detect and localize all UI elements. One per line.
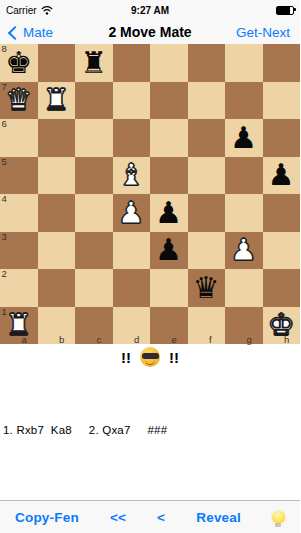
square-c1[interactable]: c	[75, 307, 113, 345]
square-f3[interactable]	[188, 232, 226, 270]
square-c8[interactable]: ♜	[75, 44, 113, 82]
square-e2[interactable]	[150, 269, 188, 307]
exclamation-right: !!	[169, 349, 179, 366]
piece-white-king-h1[interactable]: ♚	[263, 307, 301, 345]
piece-black-queen-f2[interactable]: ♛	[188, 269, 226, 307]
get-next-button[interactable]: Get-Next	[236, 25, 290, 40]
square-d6[interactable]	[113, 119, 151, 157]
copy-fen-button[interactable]: Copy-Fen	[15, 510, 79, 525]
piece-black-pawn-g6[interactable]: ♟	[225, 119, 263, 157]
navigation-bar: 2 Move Mate Mate Get-Next	[0, 20, 300, 44]
square-f1[interactable]: f	[188, 307, 226, 345]
square-b4[interactable]	[38, 194, 76, 232]
piece-white-pawn-g3[interactable]: ♟	[225, 232, 263, 270]
back-button-label: Mate	[23, 25, 53, 40]
square-a7[interactable]: 7♛	[0, 82, 38, 120]
square-f8[interactable]	[188, 44, 226, 82]
bottom-toolbar: Copy-Fen << < Reveal	[0, 500, 300, 533]
square-h5[interactable]: ♟	[263, 157, 301, 195]
square-f6[interactable]	[188, 119, 226, 157]
exclamation-left: !!	[121, 349, 131, 366]
square-h2[interactable]	[263, 269, 301, 307]
square-c5[interactable]	[75, 157, 113, 195]
square-e5[interactable]	[150, 157, 188, 195]
solution-moves-text: 1. Rxb7 Ka8 2. Qxa7 ###	[3, 424, 298, 436]
piece-white-queen-a7[interactable]: ♛	[0, 82, 38, 120]
piece-white-pawn-d4[interactable]: ♟	[113, 194, 151, 232]
square-d1[interactable]: d	[113, 307, 151, 345]
piece-black-rook-c8[interactable]: ♜	[75, 44, 113, 82]
battery-icon	[276, 6, 294, 15]
square-f2[interactable]: ♛	[188, 269, 226, 307]
square-h7[interactable]	[263, 82, 301, 120]
piece-white-rook-b7[interactable]: ♜	[38, 82, 76, 120]
square-d7[interactable]	[113, 82, 151, 120]
square-g6[interactable]: ♟	[225, 119, 263, 157]
piece-black-pawn-e3[interactable]: ♟	[150, 232, 188, 270]
piece-white-rook-a1[interactable]: ♜	[0, 307, 38, 345]
file-label-d: d	[134, 334, 139, 345]
square-b3[interactable]	[38, 232, 76, 270]
square-e6[interactable]	[150, 119, 188, 157]
file-label-e: e	[171, 334, 176, 345]
content-area: !! !! 1. Rxb7 Ka8 2. Qxa7 ###	[0, 344, 300, 500]
square-h1[interactable]: h♚	[263, 307, 301, 345]
square-g8[interactable]	[225, 44, 263, 82]
piece-black-pawn-h5[interactable]: ♟	[263, 157, 301, 195]
square-g5[interactable]	[225, 157, 263, 195]
chess-board: 8♚♜7♛♜6♟5♝♟4♟♟3♟♟2♛1a♜bcdefgh♚	[0, 44, 300, 344]
status-bar: Carrier 9:27 AM	[0, 0, 300, 20]
rank-label-2: 2	[2, 269, 7, 279]
square-e4[interactable]: ♟	[150, 194, 188, 232]
square-c2[interactable]	[75, 269, 113, 307]
square-f5[interactable]	[188, 157, 226, 195]
square-f7[interactable]	[188, 82, 226, 120]
rank-label-4: 4	[2, 194, 7, 204]
hint-lightbulb-icon[interactable]	[272, 511, 285, 523]
piece-white-bishop-d5[interactable]: ♝	[113, 157, 151, 195]
square-g2[interactable]	[225, 269, 263, 307]
square-c4[interactable]	[75, 194, 113, 232]
square-d2[interactable]	[113, 269, 151, 307]
square-a1[interactable]: 1a♜	[0, 307, 38, 345]
square-g4[interactable]	[225, 194, 263, 232]
wifi-icon	[41, 5, 53, 15]
square-b5[interactable]	[38, 157, 76, 195]
square-f4[interactable]	[188, 194, 226, 232]
square-a6[interactable]: 6	[0, 119, 38, 157]
square-b1[interactable]: b	[38, 307, 76, 345]
square-a3[interactable]: 3	[0, 232, 38, 270]
square-a2[interactable]: 2	[0, 269, 38, 307]
square-e1[interactable]: e	[150, 307, 188, 345]
square-d8[interactable]	[113, 44, 151, 82]
result-banner: !! !!	[0, 347, 300, 367]
square-b7[interactable]: ♜	[38, 82, 76, 120]
square-h4[interactable]	[263, 194, 301, 232]
step-back-button[interactable]: <	[157, 510, 165, 525]
square-b2[interactable]	[38, 269, 76, 307]
carrier-label: Carrier	[6, 5, 37, 16]
square-d4[interactable]: ♟	[113, 194, 151, 232]
square-c6[interactable]	[75, 119, 113, 157]
square-g1[interactable]: g	[225, 307, 263, 345]
square-c3[interactable]	[75, 232, 113, 270]
square-a4[interactable]: 4	[0, 194, 38, 232]
rank-label-6: 6	[2, 119, 7, 129]
piece-black-king-a8[interactable]: ♚	[0, 44, 38, 82]
back-button[interactable]: Mate	[10, 25, 53, 40]
chevron-left-icon	[8, 25, 22, 39]
square-a5[interactable]: 5	[0, 157, 38, 195]
square-h8[interactable]	[263, 44, 301, 82]
square-a8[interactable]: 8♚	[0, 44, 38, 82]
rewind-all-button[interactable]: <<	[110, 510, 126, 525]
square-d5[interactable]: ♝	[113, 157, 151, 195]
square-b6[interactable]	[38, 119, 76, 157]
piece-black-pawn-e4[interactable]: ♟	[150, 194, 188, 232]
square-e8[interactable]	[150, 44, 188, 82]
reveal-button[interactable]: Reveal	[196, 510, 241, 525]
rank-label-5: 5	[2, 157, 7, 167]
square-h6[interactable]	[263, 119, 301, 157]
sunglasses-emoji-icon	[140, 347, 160, 367]
rank-label-3: 3	[2, 232, 7, 242]
square-d3[interactable]	[113, 232, 151, 270]
file-label-f: f	[209, 334, 212, 345]
square-h3[interactable]	[263, 232, 301, 270]
get-next-label: Get-Next	[236, 25, 290, 40]
square-b8[interactable]	[38, 44, 76, 82]
file-label-c: c	[96, 334, 101, 345]
square-e3[interactable]: ♟	[150, 232, 188, 270]
square-g3[interactable]: ♟	[225, 232, 263, 270]
file-label-g: g	[246, 334, 251, 345]
file-label-b: b	[59, 334, 64, 345]
square-g7[interactable]	[225, 82, 263, 120]
square-c7[interactable]	[75, 82, 113, 120]
square-e7[interactable]	[150, 82, 188, 120]
